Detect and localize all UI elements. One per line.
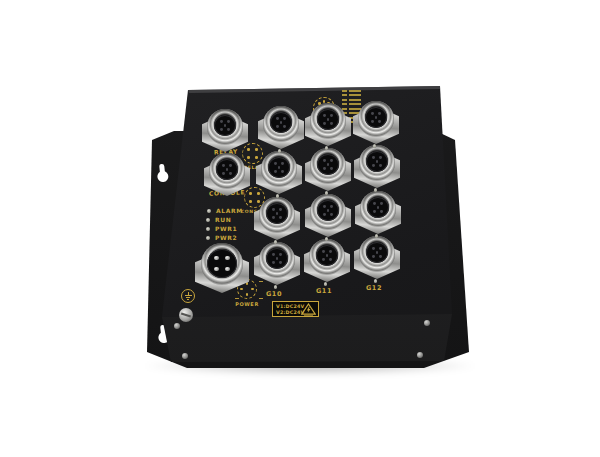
connector-pin [283, 117, 286, 120]
connector-pin [279, 216, 282, 219]
connector-pin [372, 247, 375, 250]
connector-pin [372, 156, 375, 159]
connector-pin [322, 258, 325, 261]
port-status-led [375, 234, 379, 238]
connector-pin [377, 206, 380, 209]
data-port-connector [255, 148, 303, 198]
port-label: G12 [354, 284, 394, 292]
ground-screw [179, 308, 193, 322]
data-port-connector [303, 236, 351, 286]
connector-pin [323, 205, 326, 208]
connector-pin [378, 112, 381, 115]
micro-text-row [342, 94, 364, 96]
connector-pin [272, 261, 275, 264]
connector-pin [323, 159, 326, 162]
connector-face [366, 151, 388, 172]
connector-pin [379, 247, 382, 250]
connector-pin [329, 258, 332, 261]
connector-face [268, 157, 290, 178]
connector-face [266, 248, 288, 269]
connector-pin [330, 114, 333, 117]
connector-pin [279, 261, 282, 264]
connector-face [366, 242, 388, 263]
pinout-micro-label [235, 298, 239, 299]
pinout-micro-label [259, 298, 263, 299]
data-port-connector [304, 191, 352, 241]
port-status-led [276, 194, 280, 198]
port-status-led [325, 191, 329, 195]
connector-pin [327, 209, 330, 212]
connector-pin [376, 251, 379, 254]
alarm-led [207, 209, 211, 213]
connector-pin [222, 172, 225, 175]
chassis-screw [424, 320, 430, 326]
connector-pin [378, 120, 381, 123]
connector-pin [373, 210, 376, 213]
connector-pin [379, 255, 382, 258]
data-port-connector [304, 100, 352, 150]
connector-pin [373, 202, 376, 205]
data-port-connector [253, 194, 301, 244]
connector-pin [379, 164, 382, 167]
connector-pin [276, 117, 279, 120]
connector-pin [276, 257, 279, 260]
connector-pin [330, 122, 333, 125]
connector-pin [225, 256, 230, 261]
connector-pin [280, 121, 283, 124]
pwr-connector [194, 239, 250, 295]
connector-pin [214, 267, 219, 272]
connector-pin [274, 170, 277, 173]
connector-pin [222, 164, 225, 167]
connector-pin [227, 120, 230, 123]
product-photo: RELAY CONSOLE ALARM RUN PWR1 PWR2 PWR RE… [0, 0, 600, 457]
connector-pin [323, 213, 326, 216]
port-status-led [324, 282, 328, 286]
connector-pin [276, 125, 279, 128]
connector-pin [220, 128, 223, 131]
connector-pin [272, 216, 275, 219]
data-port-connector [352, 98, 400, 148]
connector-pin [376, 160, 379, 163]
data-port-connector [354, 188, 402, 238]
connector-pin [227, 128, 230, 131]
pinout-pin-dot [249, 200, 252, 203]
connector-face [316, 245, 338, 266]
electric-hazard-icon [301, 303, 316, 317]
data-port-connector [353, 233, 401, 283]
connector-pin [281, 170, 284, 173]
connector-pin [226, 168, 229, 171]
voltage-warning-sticker: V1:DC24V V2:DC24V [272, 301, 319, 317]
port-status-led [374, 279, 378, 283]
run-led-label: RUN [215, 216, 231, 223]
connector-face [216, 159, 238, 180]
connector-face [365, 107, 387, 128]
connector-pin [330, 213, 333, 216]
connector-face [214, 115, 236, 136]
port-label: G11 [304, 287, 344, 295]
port-status-led [325, 237, 329, 241]
connector-face [207, 249, 237, 278]
data-port-connector [257, 103, 305, 153]
connector-face [270, 112, 292, 133]
connector-pin [322, 250, 325, 253]
relay-connector [201, 106, 249, 156]
data-port-connector [353, 142, 401, 192]
connector-pin [330, 159, 333, 162]
connector-pin [375, 116, 378, 119]
port-status-led [325, 146, 329, 150]
connector-face [367, 197, 389, 218]
port-label: G10 [254, 290, 294, 298]
port-status-led [278, 149, 282, 153]
connector-pin [220, 120, 223, 123]
connector-pin [327, 118, 330, 121]
micro-text-row [342, 90, 364, 92]
connector-pin [330, 205, 333, 208]
connector-pin [323, 167, 326, 170]
console-connector [203, 150, 251, 200]
keyhole-slot [155, 163, 170, 182]
connector-pin [323, 114, 326, 117]
port-status-led [373, 144, 377, 148]
power-pinout-caption: POWER [227, 301, 267, 307]
connector-pin [323, 122, 326, 125]
connector-pin [229, 172, 232, 175]
connector-pin [379, 156, 382, 159]
connector-pin [214, 256, 219, 261]
port-status-led [274, 285, 278, 289]
pwr1-led [206, 227, 210, 231]
connector-pin [272, 208, 275, 211]
connector-pin [380, 210, 383, 213]
connector-pin [371, 120, 374, 123]
run-led [206, 218, 210, 222]
data-port-connector [253, 239, 301, 289]
connector-pin [278, 166, 281, 169]
connector-pin [380, 202, 383, 205]
chassis-screw [182, 353, 188, 359]
connector-pin [326, 254, 329, 257]
connector-pin [327, 163, 330, 166]
connector-pin [372, 164, 375, 167]
data-port-connector [304, 145, 352, 195]
connector-pin [279, 208, 282, 211]
port-status-led [274, 240, 278, 244]
connector-face [317, 200, 339, 221]
connector-pin [274, 162, 277, 165]
connector-pin [279, 253, 282, 256]
connector-pin [330, 167, 333, 170]
connector-pin [276, 212, 279, 215]
connector-pin [224, 124, 227, 127]
earth-ground-icon [181, 289, 195, 303]
port-status-led [374, 188, 378, 192]
connector-pin [272, 253, 275, 256]
connector-face [266, 203, 288, 224]
connector-face [317, 154, 339, 175]
connector-pin [225, 267, 230, 272]
chassis-screw [417, 352, 423, 358]
pwr1-led-label: PWR1 [215, 225, 237, 232]
connector-pin [229, 164, 232, 167]
connector-face [317, 109, 339, 130]
connector-pin [283, 125, 286, 128]
connector-pin [372, 255, 375, 258]
connector-pin [329, 250, 332, 253]
chassis-screw [174, 323, 180, 329]
connector-pin [371, 112, 374, 115]
connector-pin [281, 162, 284, 165]
